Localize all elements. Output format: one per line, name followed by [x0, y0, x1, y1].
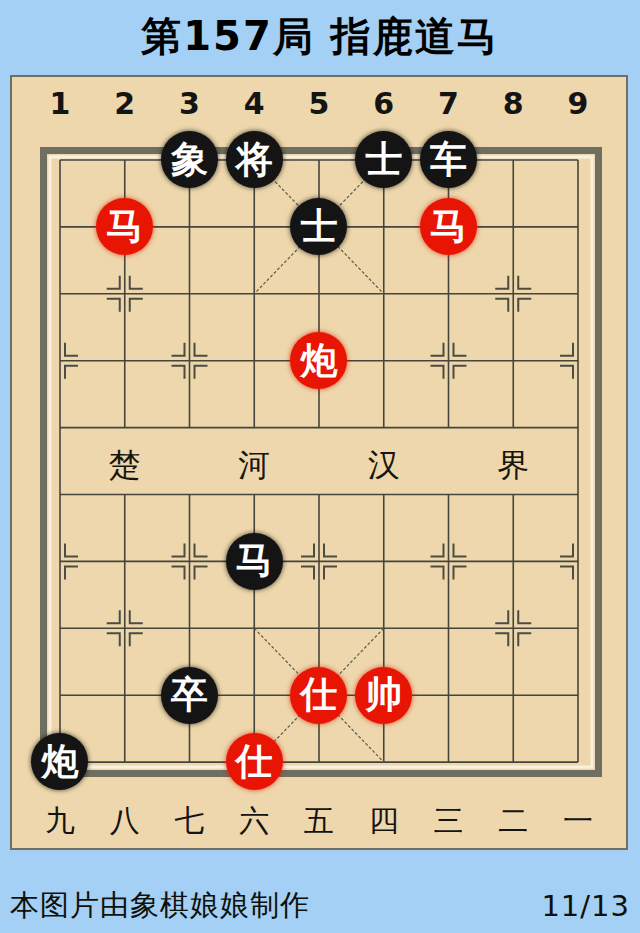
- file-label-top: 8: [481, 86, 546, 122]
- piece-red-advisor: 仕: [290, 667, 347, 724]
- file-label-top: 2: [92, 86, 157, 122]
- file-label-bottom: 四: [351, 803, 416, 839]
- file-label-bottom: 五: [287, 803, 352, 839]
- file-label-top: 6: [351, 86, 416, 122]
- piece-black-chariot: 车: [420, 131, 477, 188]
- file-label-top: 5: [287, 86, 352, 122]
- file-label-top: 1: [28, 86, 93, 122]
- page-indicator: 11/13: [541, 889, 630, 923]
- piece-black-elephant: 象: [161, 131, 218, 188]
- board-point: 马: [416, 193, 481, 260]
- file-label-bottom: 三: [416, 803, 481, 839]
- xiangqi-board: 象将士车马士马炮马卒仕帅炮仕: [28, 127, 611, 796]
- piece-red-horse: 马: [420, 198, 477, 255]
- board-point: 马: [222, 528, 287, 595]
- piece-black-horse: 马: [226, 533, 283, 590]
- file-label-bottom: 九: [28, 803, 93, 839]
- board-point: 仕: [222, 729, 287, 796]
- piece-black-soldier: 卒: [161, 667, 218, 724]
- file-labels-bottom: 九八七六五四三二一: [28, 803, 611, 839]
- file-label-top: 3: [157, 86, 222, 122]
- board-point: 卒: [157, 662, 222, 729]
- piece-black-advisor: 士: [355, 131, 412, 188]
- board-point: 将: [222, 127, 287, 194]
- piece-black-cannon: 炮: [31, 733, 88, 790]
- file-label-top: 7: [416, 86, 481, 122]
- piece-red-cannon: 炮: [290, 332, 347, 389]
- board-point: 车: [416, 127, 481, 194]
- credit-text: 本图片由象棋娘娘制作: [10, 886, 310, 926]
- piece-black-general: 将: [226, 131, 283, 188]
- file-label-bottom: 二: [481, 803, 546, 839]
- piece-red-advisor: 仕: [226, 733, 283, 790]
- board-point: 士: [351, 127, 416, 194]
- page: 第157局 指鹿道马 123456789 楚河汉界 象将士车马士马炮马卒仕帅炮仕…: [0, 0, 640, 933]
- board-point: 炮: [287, 327, 352, 394]
- file-label-top: 4: [222, 86, 287, 122]
- board-point: 士: [287, 193, 352, 260]
- piece-red-general: 帅: [355, 667, 412, 724]
- file-label-bottom: 七: [157, 803, 222, 839]
- file-label-bottom: 一: [546, 803, 611, 839]
- piece-red-horse: 马: [96, 198, 153, 255]
- board-point: 帅: [351, 662, 416, 729]
- board-point: 象: [157, 127, 222, 194]
- board-point: 仕: [287, 662, 352, 729]
- board-point: 马: [92, 193, 157, 260]
- board-point: 炮: [28, 729, 93, 796]
- footer: 本图片由象棋娘娘制作 11/13: [0, 884, 640, 928]
- piece-black-advisor: 士: [290, 198, 347, 255]
- file-label-bottom: 八: [92, 803, 157, 839]
- file-label-bottom: 六: [222, 803, 287, 839]
- file-label-top: 9: [546, 86, 611, 122]
- file-labels-top: 123456789: [28, 86, 611, 122]
